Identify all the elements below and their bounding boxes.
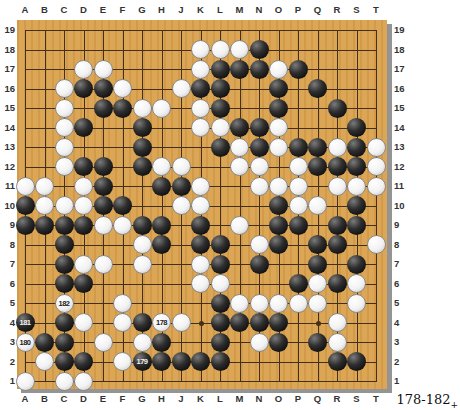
stone-black-Q3 [308,333,327,352]
stone-white-J4 [172,313,191,332]
stone-black-N17 [250,60,269,79]
stone-white-H15 [152,99,171,118]
row-label-left: 2 [0,356,15,368]
stone-black-C6 [55,274,74,293]
stone-white-K17 [191,60,210,79]
stone-white-L18 [211,40,230,59]
move-number-178: 178 [153,314,170,331]
row-label-right: 14 [394,122,412,134]
stone-black-H3 [152,333,171,352]
stone-black-Q7 [308,255,327,274]
caption-suffix: + [450,400,458,410]
column-label-bottom: T [369,393,383,405]
stone-black-L16 [211,79,230,98]
row-label-left: 4 [0,317,15,329]
stone-white-Q6 [308,274,327,293]
row-label-left: 7 [0,258,15,270]
column-label-bottom: K [194,393,208,405]
stone-black-A10 [16,196,35,215]
stone-white-D11 [74,177,93,196]
row-label-right: 16 [394,83,412,95]
row-label-left: 16 [0,83,15,95]
column-label-top: G [135,4,149,16]
stone-white-O14 [269,118,288,137]
column-label-bottom: M [233,393,247,405]
row-label-right: 15 [394,102,412,114]
stone-white-K10 [191,196,210,215]
column-label-top: K [194,4,208,16]
stone-black-K8 [191,235,210,254]
stone-white-L6 [211,274,230,293]
stone-black-D14 [74,118,93,137]
column-label-top: B [38,4,52,16]
column-label-top: Q [311,4,325,16]
stone-white-Q5 [308,294,327,313]
stone-white-H12 [152,157,171,176]
stone-black-R15 [328,99,347,118]
stone-black-A9 [16,216,35,235]
stone-black-L4 [211,313,230,332]
stone-black-N7 [250,255,269,274]
stone-white-N3 [250,333,269,352]
stone-black-C8 [55,235,74,254]
row-label-left: 1 [0,375,15,387]
row-label-left: 14 [0,122,15,134]
stone-white-S5 [347,294,366,313]
row-label-right: 3 [394,336,412,348]
stone-black-R9 [328,216,347,235]
stone-white-O5 [269,294,288,313]
stone-black-L2 [211,352,230,371]
stone-white-F16 [113,79,132,98]
stone-black-N18 [250,40,269,59]
stone-black-N13 [250,138,269,157]
stone-white-O11 [269,177,288,196]
stone-black-S9 [347,216,366,235]
stone-black-C9 [55,216,74,235]
row-label-left: 9 [0,219,15,231]
stone-black-H2 [152,352,171,371]
stone-white-N8 [250,235,269,254]
column-label-bottom: P [291,393,305,405]
stone-white-T11 [367,177,386,196]
stone-black-N4 [250,313,269,332]
stone-black-L13 [211,138,230,157]
stone-black-E15 [94,99,113,118]
stone-white-A1 [16,372,35,391]
stone-black-L3 [211,333,230,352]
row-label-left: 12 [0,161,15,173]
stone-black-G13 [133,138,152,157]
row-label-right: 1 [394,375,412,387]
go-game-diagram: 178-182+ AABBCCDDEEFFGGHHJJKKLLMMNNOOPPQ… [0,0,460,410]
stone-black-C2 [55,352,74,371]
row-label-right: 17 [394,63,412,75]
stone-white-G7 [133,255,152,274]
row-label-left: 18 [0,44,15,56]
column-label-bottom: C [57,393,71,405]
column-label-top: E [96,4,110,16]
column-label-top: A [18,4,32,16]
stone-white-C12 [55,157,74,176]
row-label-left: 10 [0,200,15,212]
stone-white-D1 [74,372,93,391]
stone-white-D17 [74,60,93,79]
stone-white-E7 [94,255,113,274]
stone-black-Q8 [308,235,327,254]
board-shadow-right [387,24,392,393]
stone-black-C3 [55,333,74,352]
stone-black-D6 [74,274,93,293]
hoshi-point [316,321,321,326]
column-label-bottom: G [135,393,149,405]
column-label-bottom: B [38,393,52,405]
stone-white-Q10 [308,196,327,215]
stone-white-B2 [35,352,54,371]
stone-white-S6 [347,274,366,293]
row-label-right: 18 [394,44,412,56]
stone-black-L15 [211,99,230,118]
stone-white-T12 [367,157,386,176]
stone-white-P10 [289,196,308,215]
stone-black-K2 [191,352,210,371]
stone-black-S10 [347,196,366,215]
stone-black-L7 [211,255,230,274]
stone-white-F5 [113,294,132,313]
stone-black-R2 [328,352,347,371]
row-label-left: 15 [0,102,15,114]
stone-white-C1 [55,372,74,391]
column-label-top: T [369,4,383,16]
stone-black-C7 [55,255,74,274]
stone-white-C5: 182 [55,294,74,313]
move-number-179: 179 [133,352,152,371]
stone-black-E16 [94,79,113,98]
row-label-right: 2 [394,356,412,368]
stone-black-F10 [113,196,132,215]
stone-black-O15 [269,99,288,118]
stone-black-P17 [289,60,308,79]
stone-black-Q16 [308,79,327,98]
column-label-top: O [272,4,286,16]
stone-black-J11 [172,177,191,196]
row-label-left: 11 [0,180,15,192]
stone-white-J12 [172,157,191,176]
stone-white-K14 [191,118,210,137]
column-label-top: H [155,4,169,16]
stone-white-H4: 178 [152,313,171,332]
row-label-right: 8 [394,239,412,251]
row-label-right: 19 [394,24,412,36]
stone-black-M14 [230,118,249,137]
stone-black-K9 [191,216,210,235]
stone-white-A11 [16,177,35,196]
stone-black-D12 [74,157,93,176]
stone-black-H8 [152,235,171,254]
stone-black-B3 [35,333,54,352]
row-label-left: 3 [0,336,15,348]
column-label-top: C [57,4,71,16]
stone-white-M13 [230,138,249,157]
stone-black-Q12 [308,157,327,176]
stone-white-D4 [74,313,93,332]
stone-black-G14 [133,118,152,137]
move-number-180: 180 [17,334,34,351]
row-label-right: 13 [394,141,412,153]
stone-black-P9 [289,216,308,235]
stone-black-G12 [133,157,152,176]
stone-black-D2 [74,352,93,371]
stone-white-A3: 180 [16,333,35,352]
column-label-top: J [174,4,188,16]
stone-white-M9 [230,216,249,235]
stone-white-R11 [328,177,347,196]
stone-white-R13 [328,138,347,157]
column-label-bottom: D [77,393,91,405]
stone-white-M5 [230,294,249,313]
column-label-bottom: L [213,393,227,405]
stone-white-N5 [250,294,269,313]
row-label-right: 7 [394,258,412,270]
stone-white-C13 [55,138,74,157]
stone-black-R12 [328,157,347,176]
stone-black-D16 [74,79,93,98]
stone-black-N14 [250,118,269,137]
move-number-182: 182 [56,295,73,312]
stone-black-G9 [133,216,152,235]
stone-white-N12 [250,157,269,176]
stone-white-F2 [113,352,132,371]
stone-black-O3 [269,333,288,352]
stone-black-M17 [230,60,249,79]
stone-white-C14 [55,118,74,137]
stone-white-M18 [230,40,249,59]
stone-white-K11 [191,177,210,196]
caption-text: 178-182 [396,392,450,407]
stone-white-K6 [191,274,210,293]
stone-black-R6 [328,274,347,293]
column-label-bottom: E [96,393,110,405]
column-label-bottom: Q [311,393,325,405]
column-label-bottom: R [330,393,344,405]
row-label-right: 9 [394,219,412,231]
stone-black-L17 [211,60,230,79]
row-label-right: 4 [394,317,412,329]
column-label-top: L [213,4,227,16]
row-label-left: 17 [0,63,15,75]
row-label-left: 19 [0,24,15,36]
stone-black-S13 [347,138,366,157]
column-label-top: P [291,4,305,16]
stone-white-C15 [55,99,74,118]
stone-black-C4 [55,313,74,332]
stone-white-K7 [191,255,210,274]
stone-black-O10 [269,196,288,215]
row-label-right: 11 [394,180,412,192]
stone-white-T13 [367,138,386,157]
stone-black-O4 [269,313,288,332]
row-label-left: 13 [0,141,15,153]
stone-black-P6 [289,274,308,293]
stone-white-C16 [55,79,74,98]
column-label-bottom: H [155,393,169,405]
stone-white-E3 [94,333,113,352]
stone-white-P5 [289,294,308,313]
move-range-caption: 178-182+ [396,392,458,408]
stone-white-K18 [191,40,210,59]
stone-white-E9 [94,216,113,235]
stone-black-L8 [211,235,230,254]
stone-white-O13 [269,138,288,157]
stone-white-N11 [250,177,269,196]
stone-black-B9 [35,216,54,235]
stone-black-O16 [269,79,288,98]
stone-white-L14 [211,118,230,137]
stone-black-S14 [347,118,366,137]
row-label-left: 8 [0,239,15,251]
stone-white-D7 [74,255,93,274]
stone-white-F9 [113,216,132,235]
stone-white-G8 [133,235,152,254]
stone-black-H9 [152,216,171,235]
stone-black-H11 [152,177,171,196]
column-label-top: M [233,4,247,16]
stone-black-S12 [347,157,366,176]
stone-white-G3 [133,333,152,352]
stone-black-E10 [94,196,113,215]
stone-white-M12 [230,157,249,176]
stone-white-G15 [133,99,152,118]
row-label-right: 6 [394,278,412,290]
row-label-left: 5 [0,297,15,309]
stone-white-B10 [35,196,54,215]
stone-white-K15 [191,99,210,118]
stone-black-D9 [74,216,93,235]
column-label-bottom: S [350,393,364,405]
stone-black-Q13 [308,138,327,157]
stone-black-E11 [94,177,113,196]
column-label-bottom: J [174,393,188,405]
grid-vline [376,30,377,382]
stone-black-R8 [328,235,347,254]
stone-black-M4 [230,313,249,332]
column-label-top: D [77,4,91,16]
column-label-top: F [116,4,130,16]
stone-white-P12 [289,157,308,176]
stone-black-P13 [289,138,308,157]
column-label-top: N [252,4,266,16]
stone-white-F4 [113,313,132,332]
stone-white-P11 [289,177,308,196]
row-label-right: 10 [394,200,412,212]
stone-white-J16 [172,79,191,98]
stone-black-F15 [113,99,132,118]
row-label-right: 5 [394,297,412,309]
stone-black-G2: 179 [133,352,152,371]
column-label-top: S [350,4,364,16]
column-label-top: R [330,4,344,16]
hoshi-point [199,321,204,326]
row-label-right: 12 [394,161,412,173]
stone-black-O8 [269,235,288,254]
column-label-bottom: A [18,393,32,405]
column-label-bottom: O [272,393,286,405]
stone-black-O9 [269,216,288,235]
stone-white-J10 [172,196,191,215]
stone-white-O17 [269,60,288,79]
column-label-bottom: N [252,393,266,405]
stone-white-R4 [328,313,347,332]
stone-black-S7 [347,255,366,274]
stone-white-S11 [347,177,366,196]
stone-black-S2 [347,352,366,371]
stone-white-R3 [328,333,347,352]
row-label-left: 6 [0,278,15,290]
stone-black-J2 [172,352,191,371]
stone-black-G4 [133,313,152,332]
stone-black-E12 [94,157,113,176]
stone-white-C10 [55,196,74,215]
stone-white-B11 [35,177,54,196]
stone-white-D10 [74,196,93,215]
stone-black-A4: 181 [16,313,35,332]
move-number-181: 181 [16,313,35,332]
column-label-bottom: F [116,393,130,405]
stone-black-K16 [191,79,210,98]
stone-white-E17 [94,60,113,79]
stone-white-T8 [367,235,386,254]
stone-black-L5 [211,294,230,313]
